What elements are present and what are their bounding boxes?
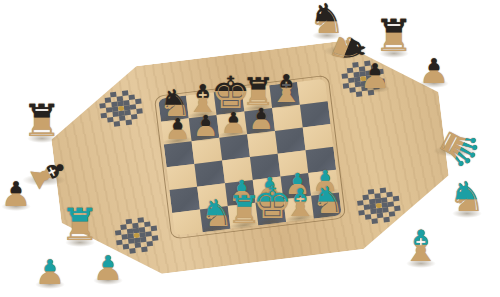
motif-gap [153, 245, 160, 251]
piece-shadow [312, 31, 342, 40]
product-photo-scene: ♞♞♝♝♚♚♜♜♝♝♟♟♟♟♟♟♟♟♟♟♟♟♟♟♟♟♞♞♜♜♚♚♝♝♞♞ ♞♞♞… [0, 0, 500, 297]
board-grid [158, 78, 342, 235]
knight-painted-cap: ♞ [306, 0, 348, 40]
square-r6c4 [256, 199, 287, 225]
square-r6c5 [283, 196, 314, 222]
motif-gap [380, 88, 387, 94]
square-r6c1 [172, 209, 203, 235]
motif-gap [395, 215, 402, 221]
knight-glyph: ♞♞ [306, 0, 348, 40]
pawn-painted-cap: ♟ [0, 177, 37, 211]
motif-gap [137, 118, 144, 124]
corner-motif-ne [340, 59, 386, 98]
pawn-painted-cap: ♟ [29, 255, 71, 289]
piece-shadow [35, 280, 65, 289]
corner-motif-se [356, 186, 402, 225]
piece-shadow [452, 209, 482, 218]
square-r6c3 [228, 203, 259, 229]
corner-motif-nw [98, 89, 144, 128]
pawn-glyph: ♟♟ [29, 255, 71, 289]
square-r6c2 [200, 206, 231, 232]
chess-board: ♞♞♝♝♚♚♜♜♝♝♟♟♟♟♟♟♟♟♟♟♟♟♟♟♟♟♞♞♜♜♚♚♝♝♞♞ [44, 30, 457, 285]
square-r6c6 [311, 192, 342, 218]
pawn-glyph: ♟♟ [0, 177, 37, 211]
playing-area-frame [154, 75, 346, 240]
piece-shadow [406, 259, 436, 268]
corner-motif-sw [114, 216, 160, 255]
piece-shadow [1, 202, 31, 211]
